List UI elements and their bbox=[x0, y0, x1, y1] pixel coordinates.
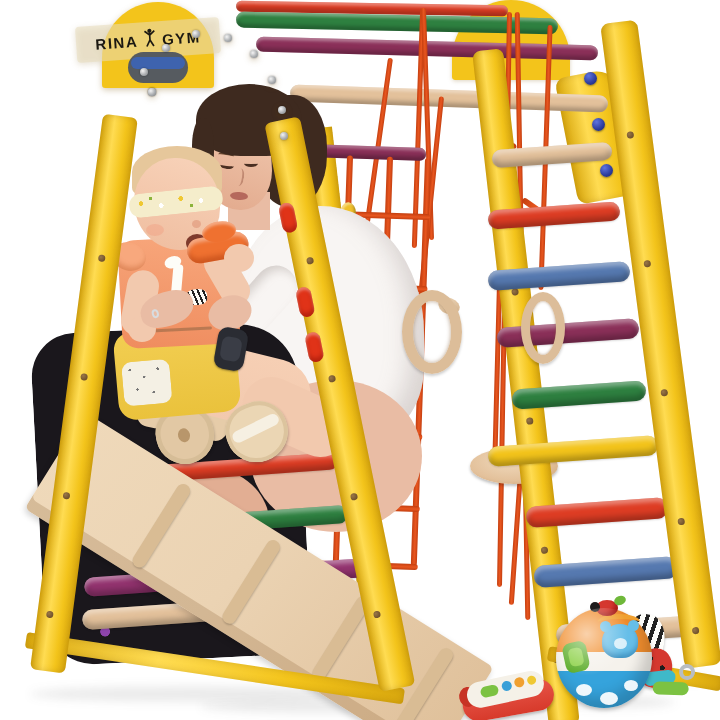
handle-bar bbox=[131, 57, 185, 69]
watch-screen bbox=[219, 335, 243, 362]
screw bbox=[98, 254, 106, 262]
screw bbox=[328, 375, 336, 383]
remote-button bbox=[513, 676, 525, 688]
baby-cheek bbox=[146, 224, 164, 236]
screw bbox=[626, 131, 634, 139]
screw bbox=[373, 610, 381, 618]
brand-text-left: RINA bbox=[95, 32, 139, 52]
screw bbox=[224, 34, 232, 42]
remote-button bbox=[501, 680, 513, 692]
screw bbox=[526, 417, 534, 425]
baby-fist-right bbox=[224, 244, 254, 272]
arch-handle bbox=[128, 52, 188, 83]
shoe-logo bbox=[177, 427, 192, 443]
screw bbox=[643, 260, 651, 268]
screw bbox=[660, 389, 668, 397]
key-ring bbox=[678, 663, 696, 681]
screw bbox=[268, 76, 276, 84]
gym-ring-2 bbox=[521, 292, 565, 364]
blue-knob bbox=[584, 72, 597, 85]
front-arch: RINA GYM bbox=[102, 2, 214, 88]
screw bbox=[278, 106, 286, 114]
gymnast-icon bbox=[142, 27, 158, 52]
screw bbox=[80, 373, 88, 381]
mom-ring bbox=[151, 308, 160, 319]
mom-closed-eye bbox=[220, 161, 235, 169]
screw bbox=[46, 611, 54, 619]
screw bbox=[162, 44, 170, 52]
screw bbox=[148, 88, 156, 96]
screw bbox=[140, 68, 148, 76]
mom-lips bbox=[230, 191, 249, 200]
product-photo-scene: RINA GYM bbox=[0, 0, 720, 720]
slide-batten bbox=[130, 481, 193, 570]
remote-button bbox=[526, 675, 537, 686]
screw bbox=[280, 132, 288, 140]
shoe-strap bbox=[231, 412, 281, 445]
screw bbox=[250, 50, 258, 58]
shorts-patch bbox=[121, 359, 173, 407]
screw bbox=[677, 518, 685, 526]
ladder-rung-yellow bbox=[488, 435, 659, 467]
gym-ring-1 bbox=[402, 290, 462, 374]
screw bbox=[192, 30, 200, 38]
screw bbox=[63, 492, 71, 500]
mom-closed-eye bbox=[244, 160, 258, 167]
screw bbox=[306, 257, 314, 265]
screw bbox=[350, 493, 358, 501]
blue-knob bbox=[592, 118, 605, 131]
screw bbox=[541, 546, 549, 554]
screw bbox=[692, 627, 700, 635]
teether-key bbox=[652, 681, 688, 695]
toy-ball bbox=[556, 608, 652, 708]
mom-nose bbox=[233, 167, 245, 186]
blue-knob bbox=[600, 164, 613, 177]
ball-highlight bbox=[556, 608, 652, 708]
slide-batten bbox=[220, 537, 283, 626]
remote-button bbox=[480, 684, 500, 699]
